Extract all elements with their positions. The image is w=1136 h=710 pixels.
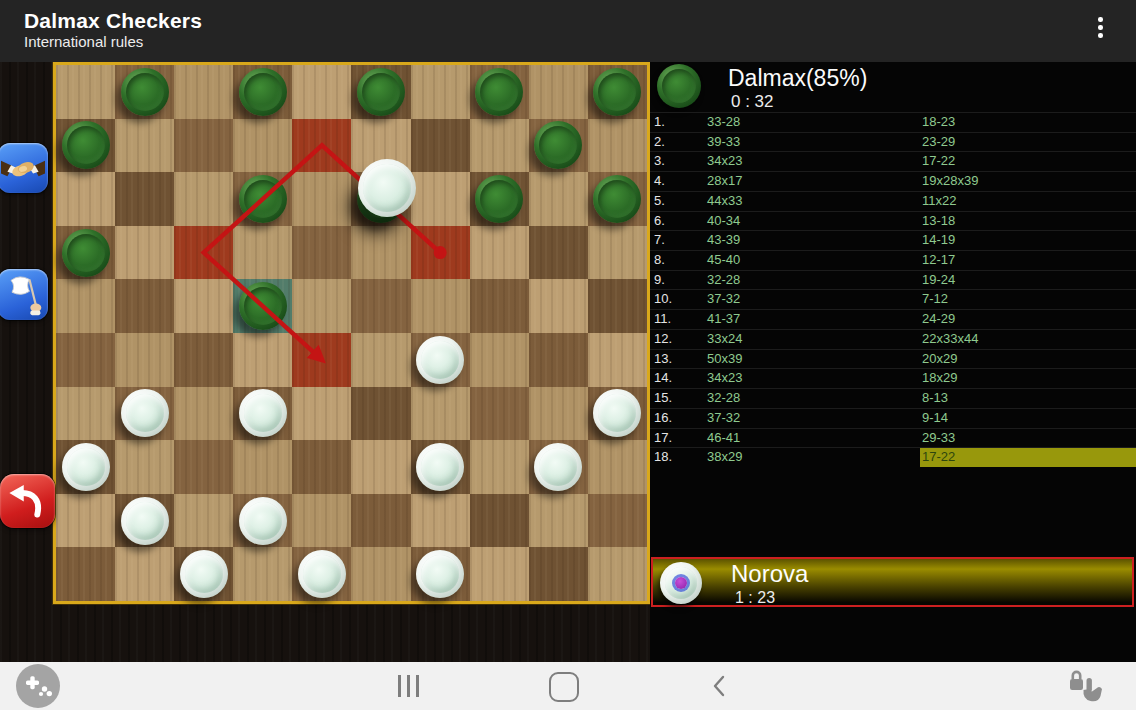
piece-face xyxy=(480,180,518,218)
app-bar: Dalmax Checkers International rules xyxy=(0,0,1136,62)
black-man-4[interactable] xyxy=(475,68,523,116)
black-move[interactable]: 7-12 xyxy=(920,290,1136,309)
white-move[interactable]: 45-40 xyxy=(705,251,920,270)
player-top-clock: 0 : 32 xyxy=(731,92,774,112)
screen: Dalmax Checkers International rules xyxy=(0,0,1136,710)
black-move[interactable]: 18x29 xyxy=(920,369,1136,388)
white-move[interactable]: 43-39 xyxy=(705,231,920,250)
android-nav-bar xyxy=(0,662,1136,710)
white-move[interactable]: 50x39 xyxy=(705,350,920,369)
white-man-41[interactable] xyxy=(121,497,169,545)
white-move[interactable]: 33-28 xyxy=(705,113,920,132)
move-number: 2. xyxy=(650,133,705,152)
black-move[interactable]: 9-14 xyxy=(920,409,1136,428)
game-launcher-icon[interactable] xyxy=(16,664,60,708)
white-man-42[interactable] xyxy=(239,497,287,545)
piece-face xyxy=(598,394,636,432)
move-row-15: 15.32-288-13 xyxy=(650,388,1136,408)
white-move[interactable]: 37-32 xyxy=(705,290,920,309)
black-man-5[interactable] xyxy=(593,68,641,116)
move-row-5: 5.44x3311x22 xyxy=(650,191,1136,211)
white-flag-icon xyxy=(1,272,45,318)
move-row-17: 17.46-4129-33 xyxy=(650,428,1136,448)
back-icon[interactable] xyxy=(712,675,726,697)
white-man-40[interactable] xyxy=(534,443,582,491)
black-move[interactable]: 17-22 xyxy=(920,152,1136,171)
move-number: 7. xyxy=(650,231,705,250)
move-row-14: 14.34x2318x29 xyxy=(650,368,1136,388)
move-number: 3. xyxy=(650,152,705,171)
pieces-layer xyxy=(56,65,647,601)
piece-face xyxy=(244,502,282,540)
white-man-39[interactable] xyxy=(416,443,464,491)
black-man-1[interactable] xyxy=(121,68,169,116)
player-bottom-clock: 1 : 23 xyxy=(735,589,775,607)
piece-face xyxy=(244,394,282,432)
black-move[interactable]: 22x33x44 xyxy=(920,330,1136,349)
piece-face xyxy=(539,448,577,486)
piece-face xyxy=(303,555,341,593)
white-move[interactable]: 33x24 xyxy=(705,330,920,349)
white-move[interactable]: 38x29 xyxy=(705,448,920,467)
piece-face xyxy=(67,234,105,272)
piece-face xyxy=(244,73,282,111)
piece-face xyxy=(362,73,400,111)
move-number: 4. xyxy=(650,172,705,191)
piece-face xyxy=(244,180,282,218)
black-move[interactable]: 29-33 xyxy=(920,429,1136,448)
move-list: 1.33-2818-232.39-3323-293.34x2317-224.28… xyxy=(650,112,1136,467)
black-man-2[interactable] xyxy=(239,68,287,116)
player-top-name: Dalmax(85%) xyxy=(728,65,867,92)
white-move[interactable]: 46-41 xyxy=(705,429,920,448)
piece-face xyxy=(126,73,164,111)
white-move[interactable]: 32-28 xyxy=(705,389,920,408)
black-move[interactable]: 19-24 xyxy=(920,271,1136,290)
game-area: Dalmax(85%) 0 : 32 1.33-2818-232.39-3323… xyxy=(0,62,1136,662)
move-row-8: 8.45-4012-17 xyxy=(650,250,1136,270)
piece-face xyxy=(67,126,105,164)
piece-face xyxy=(421,448,459,486)
white-move[interactable]: 32-28 xyxy=(705,271,920,290)
move-number: 14. xyxy=(650,369,705,388)
black-move[interactable]: 8-13 xyxy=(920,389,1136,408)
piece-face xyxy=(539,126,577,164)
touch-lock-icon[interactable] xyxy=(1063,665,1105,710)
move-number: 15. xyxy=(650,389,705,408)
black-move[interactable]: 24-29 xyxy=(920,310,1136,329)
black-man-22[interactable] xyxy=(239,282,287,330)
move-number: 11. xyxy=(650,310,705,329)
white-move[interactable]: 28x17 xyxy=(705,172,920,191)
black-man-16[interactable] xyxy=(62,229,110,277)
move-row-13: 13.50x3920x29 xyxy=(650,349,1136,369)
white-man-49[interactable] xyxy=(416,550,464,598)
move-number: 13. xyxy=(650,350,705,369)
piece-face xyxy=(363,164,411,212)
move-number: 10. xyxy=(650,290,705,309)
piece-face xyxy=(480,73,518,111)
move-number: 12. xyxy=(650,330,705,349)
black-move[interactable]: 12-17 xyxy=(920,251,1136,270)
move-row-12: 12.33x2422x33x44 xyxy=(650,329,1136,349)
move-number: 9. xyxy=(650,271,705,290)
piece-face xyxy=(598,73,636,111)
white-move[interactable]: 37-32 xyxy=(705,409,920,428)
draughts-board xyxy=(53,62,650,604)
piece-face xyxy=(421,341,459,379)
move-number: 17. xyxy=(650,429,705,448)
white-man-48[interactable] xyxy=(298,550,346,598)
piece-face xyxy=(126,394,164,432)
move-number: 1. xyxy=(650,113,705,132)
move-row-16: 16.37-329-14 xyxy=(650,408,1136,428)
black-move[interactable]: 23-29 xyxy=(920,133,1136,152)
black-move[interactable]: 17-22 xyxy=(920,448,1136,467)
black-man-6[interactable] xyxy=(62,121,110,169)
white-man-29[interactable] xyxy=(416,336,464,384)
recents-icon[interactable] xyxy=(398,675,424,697)
move-row-7: 7.43-3914-19 xyxy=(650,230,1136,250)
overflow-menu-icon[interactable] xyxy=(1093,15,1107,47)
move-number: 18. xyxy=(650,448,705,467)
move-number: 6. xyxy=(650,212,705,231)
move-row-2: 2.39-3323-29 xyxy=(650,132,1136,152)
move-row-1: 1.33-2818-23 xyxy=(650,112,1136,132)
offer-draw-button[interactable] xyxy=(0,143,48,193)
white-move[interactable]: 40-34 xyxy=(705,212,920,231)
undo-arrow-icon xyxy=(5,479,51,523)
move-number: 16. xyxy=(650,409,705,428)
piece-face xyxy=(662,69,696,103)
white-man-36[interactable] xyxy=(62,443,110,491)
home-icon[interactable] xyxy=(549,672,579,702)
piece-face xyxy=(421,555,459,593)
white-move[interactable]: 34x23 xyxy=(705,369,920,388)
white-man-31[interactable] xyxy=(121,389,169,437)
move-row-6: 6.40-3413-18 xyxy=(650,211,1136,231)
piece-face xyxy=(244,287,282,325)
black-move[interactable]: 18-23 xyxy=(920,113,1136,132)
player-bottom-avatar-white-piece xyxy=(660,562,702,604)
white-man-32[interactable] xyxy=(239,389,287,437)
black-move[interactable]: 19x28x39 xyxy=(920,172,1136,191)
move-row-18: 18.38x2917-22 xyxy=(650,447,1136,467)
app-subtitle: International rules xyxy=(24,33,143,50)
black-man-3[interactable] xyxy=(357,68,405,116)
move-row-11: 11.41-3724-29 xyxy=(650,309,1136,329)
move-row-9: 9.32-2819-24 xyxy=(650,270,1136,290)
app-title: Dalmax Checkers xyxy=(24,9,202,33)
piece-face xyxy=(185,555,223,593)
resign-button[interactable] xyxy=(0,269,48,320)
move-number: 5. xyxy=(650,192,705,211)
white-man-47[interactable] xyxy=(180,550,228,598)
black-man-12[interactable] xyxy=(239,175,287,223)
move-panel: Dalmax(85%) 0 : 32 1.33-2818-232.39-3323… xyxy=(650,62,1136,662)
white-move[interactable]: 41-37 xyxy=(705,310,920,329)
player-top: Dalmax(85%) 0 : 32 xyxy=(650,62,1136,112)
white-man-35[interactable] xyxy=(593,389,641,437)
black-man-15[interactable] xyxy=(593,175,641,223)
piece-face xyxy=(126,502,164,540)
player-bottom-name: Norova xyxy=(731,560,808,588)
move-row-4: 4.28x1719x28x39 xyxy=(650,171,1136,191)
black-man-14[interactable] xyxy=(475,175,523,223)
handshake-icon xyxy=(1,146,45,190)
black-move[interactable]: 11x22 xyxy=(920,192,1136,211)
piece-face xyxy=(598,180,636,218)
white-move[interactable]: 34x23 xyxy=(705,152,920,171)
white-move[interactable]: 39-33 xyxy=(705,133,920,152)
black-man-10[interactable] xyxy=(534,121,582,169)
black-move[interactable]: 13-18 xyxy=(920,212,1136,231)
player-top-avatar-black-piece xyxy=(657,64,701,108)
black-move[interactable]: 14-19 xyxy=(920,231,1136,250)
move-row-10: 10.37-327-12 xyxy=(650,289,1136,309)
player-bottom: Norova 1 : 23 xyxy=(651,557,1134,607)
undo-button[interactable] xyxy=(0,474,55,528)
move-row-3: 3.34x2317-22 xyxy=(650,151,1136,171)
player-color-indicator xyxy=(675,577,687,589)
piece-face xyxy=(67,448,105,486)
white-move[interactable]: 44x33 xyxy=(705,192,920,211)
white-man-moving[interactable] xyxy=(358,159,416,217)
black-move[interactable]: 20x29 xyxy=(920,350,1136,369)
move-number: 8. xyxy=(650,251,705,270)
